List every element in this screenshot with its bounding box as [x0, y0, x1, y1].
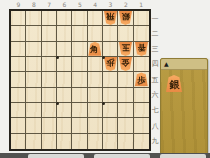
board-cell[interactable] [103, 103, 118, 118]
board-cell[interactable] [26, 103, 41, 118]
piece-kanji: 銀 [169, 79, 179, 89]
board-cell[interactable] [42, 134, 57, 149]
board-cell[interactable] [88, 103, 103, 118]
board-cell[interactable]: 角 [88, 42, 103, 57]
rank-label-六: 六 [151, 88, 159, 103]
board-cell[interactable] [11, 26, 26, 41]
rank-label-五: 五 [151, 72, 159, 87]
board-cell[interactable] [72, 26, 87, 41]
board-cell[interactable] [118, 88, 133, 103]
piece-kanji: 角 [91, 46, 99, 54]
board-cell[interactable] [57, 11, 72, 26]
board-cell[interactable] [118, 103, 133, 118]
board-cell[interactable]: 銀 [118, 11, 133, 26]
piece-kanji: 玉 [121, 44, 129, 52]
file-label-8: 8 [26, 1, 41, 8]
file-label-5: 5 [72, 1, 87, 8]
board-cell[interactable] [57, 26, 72, 41]
shogi-piece-玉-2三[interactable]: 玉 [119, 42, 132, 56]
shogi-board: 飛銀角玉香歩金歩 [9, 9, 151, 151]
board-cell[interactable]: 玉 [118, 42, 133, 57]
board-cell[interactable] [11, 103, 26, 118]
rank-label-七: 七 [151, 103, 159, 118]
piece-kanji: 金 [121, 59, 129, 67]
board-cell[interactable] [26, 26, 41, 41]
board-cell[interactable] [118, 118, 133, 133]
board-cell[interactable] [42, 72, 57, 87]
shogi-app: 987654321 一二三四五六七八九 飛銀角玉香歩金歩 ▲ 銀 [0, 0, 210, 158]
board-cell[interactable] [72, 57, 87, 72]
board-cell[interactable] [88, 57, 103, 72]
board-cell[interactable] [42, 26, 57, 41]
board-cell[interactable] [72, 42, 87, 57]
board-cell[interactable] [42, 57, 57, 72]
board-cell[interactable] [57, 72, 72, 87]
board-cell[interactable] [42, 118, 57, 133]
shogi-piece-金-2四[interactable]: 金 [119, 57, 132, 71]
board-cell[interactable] [26, 42, 41, 57]
board-cell[interactable] [26, 134, 41, 149]
board-cell[interactable] [72, 88, 87, 103]
board-cell[interactable] [88, 26, 103, 41]
board-cell[interactable] [134, 57, 149, 72]
board-cell[interactable] [42, 103, 57, 118]
board-cell[interactable] [134, 11, 149, 26]
board-cell[interactable] [88, 72, 103, 87]
board-cell[interactable] [88, 88, 103, 103]
board-cell[interactable] [11, 88, 26, 103]
piece-kanji: 歩 [106, 59, 114, 67]
piece-stand: ▲ 銀 [160, 58, 208, 155]
file-label-3: 3 [103, 1, 118, 8]
bottom-toolbar [0, 153, 210, 158]
shogi-piece-飛-3一[interactable]: 飛 [104, 11, 117, 25]
board-cell[interactable] [26, 11, 41, 26]
shogi-piece-角-4三[interactable]: 角 [88, 42, 101, 56]
board-cell[interactable] [118, 134, 133, 149]
board-cell[interactable] [118, 26, 133, 41]
board-cell[interactable] [26, 72, 41, 87]
board-cell[interactable] [134, 134, 149, 149]
board-cell[interactable] [72, 103, 87, 118]
board-cell[interactable]: 歩 [134, 72, 149, 87]
board-cell[interactable] [42, 11, 57, 26]
board-cell[interactable]: 飛 [103, 11, 118, 26]
board-cell[interactable] [26, 57, 41, 72]
board-cell[interactable] [134, 103, 149, 118]
file-label-1: 1 [134, 1, 149, 8]
file-label-9: 9 [11, 1, 26, 8]
board-cell[interactable] [103, 88, 118, 103]
rank-label-三: 三 [151, 42, 159, 57]
board-cell[interactable] [103, 26, 118, 41]
hand-tray: 銀 [161, 70, 207, 155]
board-cell[interactable] [26, 118, 41, 133]
board-cell[interactable] [57, 103, 72, 118]
board-cell[interactable] [57, 42, 72, 57]
file-label-2: 2 [118, 1, 133, 8]
board-cell[interactable] [103, 118, 118, 133]
toolbar-button[interactable] [160, 154, 206, 158]
board-cell[interactable] [57, 57, 72, 72]
toolbar-button[interactable] [28, 154, 84, 158]
toolbar-button[interactable] [94, 154, 150, 158]
board-cell[interactable] [118, 72, 133, 87]
rank-label-一: 一 [151, 11, 159, 26]
board-cell[interactable] [42, 88, 57, 103]
piece-kanji: 飛 [106, 13, 114, 21]
board-cell[interactable] [72, 11, 87, 26]
rank-label-四: 四 [151, 57, 159, 72]
rank-label-九: 九 [151, 134, 159, 149]
shogi-piece-銀-in-hand[interactable]: 銀 [166, 75, 182, 92]
board-cell[interactable] [26, 88, 41, 103]
sente-marker-icon: ▲ [164, 61, 169, 67]
piece-kanji: 銀 [121, 13, 129, 21]
board-cell[interactable] [57, 88, 72, 103]
board-cell[interactable] [134, 26, 149, 41]
board-cell[interactable] [11, 57, 26, 72]
board-cell[interactable] [103, 42, 118, 57]
shogi-piece-銀-2一[interactable]: 銀 [119, 11, 132, 25]
board-cell[interactable] [72, 134, 87, 149]
piece-kanji: 歩 [137, 76, 145, 84]
board-cell[interactable] [42, 42, 57, 57]
board-cell[interactable] [57, 134, 72, 149]
board-cell[interactable]: 金 [118, 57, 133, 72]
rank-label-八: 八 [151, 118, 159, 133]
board-cell[interactable] [134, 88, 149, 103]
board-cell[interactable] [57, 118, 72, 133]
board-cell[interactable] [72, 72, 87, 87]
board-cell[interactable] [11, 134, 26, 149]
file-label-6: 6 [57, 1, 72, 8]
board-cell[interactable] [88, 11, 103, 26]
file-label-7: 7 [42, 1, 57, 8]
rank-label-二: 二 [151, 26, 159, 41]
piece-kanji: 香 [137, 44, 145, 52]
board-cell[interactable] [88, 118, 103, 133]
board-cell[interactable] [134, 118, 149, 133]
board-cell[interactable]: 香 [134, 42, 149, 57]
board-cell[interactable] [88, 134, 103, 149]
board-cell[interactable] [11, 118, 26, 133]
shogi-piece-歩-3四[interactable]: 歩 [104, 57, 117, 71]
piece-stand-header: ▲ [161, 59, 207, 70]
shogi-piece-歩-1五[interactable]: 歩 [135, 72, 148, 86]
file-label-4: 4 [88, 1, 103, 8]
board-cell[interactable] [11, 72, 26, 87]
board-cell[interactable] [11, 11, 26, 26]
board-cell[interactable] [72, 118, 87, 133]
shogi-piece-香-1三[interactable]: 香 [135, 42, 148, 56]
board-cell[interactable] [11, 42, 26, 57]
board-cell[interactable]: 歩 [103, 57, 118, 72]
board-cell[interactable] [103, 134, 118, 149]
board-cell[interactable] [103, 72, 118, 87]
